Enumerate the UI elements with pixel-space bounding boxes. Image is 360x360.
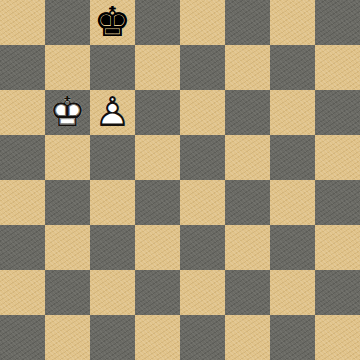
square-a8[interactable] bbox=[0, 0, 45, 45]
piece-white-king[interactable]: ♚♔ bbox=[45, 90, 90, 135]
piece-glyph-outline: ♔ bbox=[45, 90, 90, 135]
square-b1[interactable] bbox=[45, 315, 90, 360]
square-h8[interactable] bbox=[315, 0, 360, 45]
square-g6[interactable] bbox=[270, 90, 315, 135]
square-b5[interactable] bbox=[45, 135, 90, 180]
square-f1[interactable] bbox=[225, 315, 270, 360]
square-c7[interactable] bbox=[90, 45, 135, 90]
square-d7[interactable] bbox=[135, 45, 180, 90]
square-h6[interactable] bbox=[315, 90, 360, 135]
square-d6[interactable] bbox=[135, 90, 180, 135]
square-d3[interactable] bbox=[135, 225, 180, 270]
square-f7[interactable] bbox=[225, 45, 270, 90]
square-f5[interactable] bbox=[225, 135, 270, 180]
square-f4[interactable] bbox=[225, 180, 270, 225]
square-d2[interactable] bbox=[135, 270, 180, 315]
square-f8[interactable] bbox=[225, 0, 270, 45]
square-h4[interactable] bbox=[315, 180, 360, 225]
chess-board: ♚♚♚♔♟♙ bbox=[0, 0, 360, 360]
square-c2[interactable] bbox=[90, 270, 135, 315]
square-a6[interactable] bbox=[0, 90, 45, 135]
square-b7[interactable] bbox=[45, 45, 90, 90]
square-e5[interactable] bbox=[180, 135, 225, 180]
square-b4[interactable] bbox=[45, 180, 90, 225]
piece-white-pawn[interactable]: ♟♙ bbox=[90, 90, 135, 135]
square-c5[interactable] bbox=[90, 135, 135, 180]
square-g5[interactable] bbox=[270, 135, 315, 180]
square-d5[interactable] bbox=[135, 135, 180, 180]
square-h2[interactable] bbox=[315, 270, 360, 315]
square-h5[interactable] bbox=[315, 135, 360, 180]
square-g2[interactable] bbox=[270, 270, 315, 315]
square-h3[interactable] bbox=[315, 225, 360, 270]
square-f6[interactable] bbox=[225, 90, 270, 135]
square-b3[interactable] bbox=[45, 225, 90, 270]
square-d4[interactable] bbox=[135, 180, 180, 225]
square-c3[interactable] bbox=[90, 225, 135, 270]
square-g8[interactable] bbox=[270, 0, 315, 45]
square-a1[interactable] bbox=[0, 315, 45, 360]
piece-black-king[interactable]: ♚♚ bbox=[90, 0, 135, 45]
square-c8[interactable]: ♚♚ bbox=[90, 0, 135, 45]
square-f2[interactable] bbox=[225, 270, 270, 315]
square-e2[interactable] bbox=[180, 270, 225, 315]
square-e4[interactable] bbox=[180, 180, 225, 225]
square-f3[interactable] bbox=[225, 225, 270, 270]
square-e3[interactable] bbox=[180, 225, 225, 270]
square-b6[interactable]: ♚♔ bbox=[45, 90, 90, 135]
square-c4[interactable] bbox=[90, 180, 135, 225]
square-b2[interactable] bbox=[45, 270, 90, 315]
square-a4[interactable] bbox=[0, 180, 45, 225]
square-g3[interactable] bbox=[270, 225, 315, 270]
square-g7[interactable] bbox=[270, 45, 315, 90]
square-e8[interactable] bbox=[180, 0, 225, 45]
square-g1[interactable] bbox=[270, 315, 315, 360]
square-b8[interactable] bbox=[45, 0, 90, 45]
square-d1[interactable] bbox=[135, 315, 180, 360]
square-a5[interactable] bbox=[0, 135, 45, 180]
square-d8[interactable] bbox=[135, 0, 180, 45]
square-h1[interactable] bbox=[315, 315, 360, 360]
piece-glyph-outline: ♚ bbox=[90, 0, 135, 45]
square-a3[interactable] bbox=[0, 225, 45, 270]
square-a2[interactable] bbox=[0, 270, 45, 315]
square-e7[interactable] bbox=[180, 45, 225, 90]
square-h7[interactable] bbox=[315, 45, 360, 90]
square-g4[interactable] bbox=[270, 180, 315, 225]
square-e1[interactable] bbox=[180, 315, 225, 360]
square-a7[interactable] bbox=[0, 45, 45, 90]
square-c1[interactable] bbox=[90, 315, 135, 360]
piece-glyph-outline: ♙ bbox=[90, 90, 135, 135]
square-c6[interactable]: ♟♙ bbox=[90, 90, 135, 135]
square-e6[interactable] bbox=[180, 90, 225, 135]
